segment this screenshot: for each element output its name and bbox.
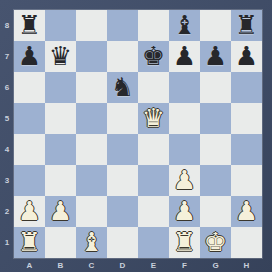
square-d5[interactable] bbox=[107, 103, 138, 134]
rank-labels: 87654321 bbox=[0, 10, 14, 258]
white-bishop-c1[interactable]: ♝ bbox=[80, 227, 103, 258]
square-e7[interactable]: ♚ bbox=[138, 41, 169, 72]
square-c4[interactable] bbox=[76, 134, 107, 165]
square-e4[interactable] bbox=[138, 134, 169, 165]
black-knight-d6[interactable]: ♞ bbox=[111, 72, 134, 103]
square-e1[interactable] bbox=[138, 227, 169, 258]
square-a1[interactable]: ♜ bbox=[14, 227, 45, 258]
square-f4[interactable] bbox=[169, 134, 200, 165]
square-c2[interactable] bbox=[76, 196, 107, 227]
square-b3[interactable] bbox=[45, 165, 76, 196]
square-a2[interactable]: ♟ bbox=[14, 196, 45, 227]
file-label-c: C bbox=[76, 258, 107, 272]
square-f8[interactable]: ♝ bbox=[169, 10, 200, 41]
square-c7[interactable] bbox=[76, 41, 107, 72]
square-e2[interactable] bbox=[138, 196, 169, 227]
black-rook-a8[interactable]: ♜ bbox=[18, 10, 41, 41]
square-d2[interactable] bbox=[107, 196, 138, 227]
black-pawn-a7[interactable]: ♟ bbox=[18, 41, 41, 72]
chess-board-frame: 87654321 ♜♝♜♟♛♚♟♟♟♞♛♟♟♟♟♟♜♝♜♚ ABCDEFGH bbox=[0, 0, 272, 272]
rank-label-4: 4 bbox=[0, 134, 14, 165]
rank-label-7: 7 bbox=[0, 41, 14, 72]
square-d1[interactable] bbox=[107, 227, 138, 258]
square-h2[interactable]: ♟ bbox=[231, 196, 262, 227]
rank-label-5: 5 bbox=[0, 103, 14, 134]
white-pawn-a2[interactable]: ♟ bbox=[18, 196, 41, 227]
square-g6[interactable] bbox=[200, 72, 231, 103]
square-h7[interactable]: ♟ bbox=[231, 41, 262, 72]
white-pawn-f2[interactable]: ♟ bbox=[173, 196, 196, 227]
square-b6[interactable] bbox=[45, 72, 76, 103]
rank-label-6: 6 bbox=[0, 72, 14, 103]
square-g3[interactable] bbox=[200, 165, 231, 196]
square-b4[interactable] bbox=[45, 134, 76, 165]
square-a6[interactable] bbox=[14, 72, 45, 103]
square-d7[interactable] bbox=[107, 41, 138, 72]
square-a5[interactable] bbox=[14, 103, 45, 134]
square-h5[interactable] bbox=[231, 103, 262, 134]
white-queen-e5[interactable]: ♛ bbox=[142, 103, 165, 134]
square-g4[interactable] bbox=[200, 134, 231, 165]
square-b8[interactable] bbox=[45, 10, 76, 41]
square-b1[interactable] bbox=[45, 227, 76, 258]
file-label-g: G bbox=[200, 258, 231, 272]
square-h4[interactable] bbox=[231, 134, 262, 165]
square-c6[interactable] bbox=[76, 72, 107, 103]
file-label-h: H bbox=[231, 258, 262, 272]
file-labels: ABCDEFGH bbox=[14, 258, 262, 272]
chess-board: ♜♝♜♟♛♚♟♟♟♞♛♟♟♟♟♟♜♝♜♚ bbox=[14, 10, 262, 258]
square-h8[interactable]: ♜ bbox=[231, 10, 262, 41]
square-b2[interactable]: ♟ bbox=[45, 196, 76, 227]
black-pawn-f7[interactable]: ♟ bbox=[173, 41, 196, 72]
square-f6[interactable] bbox=[169, 72, 200, 103]
white-rook-a1[interactable]: ♜ bbox=[18, 227, 41, 258]
white-king-g1[interactable]: ♚ bbox=[204, 227, 227, 258]
square-e8[interactable] bbox=[138, 10, 169, 41]
square-a7[interactable]: ♟ bbox=[14, 41, 45, 72]
square-g1[interactable]: ♚ bbox=[200, 227, 231, 258]
square-d6[interactable]: ♞ bbox=[107, 72, 138, 103]
square-a8[interactable]: ♜ bbox=[14, 10, 45, 41]
square-b7[interactable]: ♛ bbox=[45, 41, 76, 72]
white-rook-f1[interactable]: ♜ bbox=[173, 227, 196, 258]
square-f2[interactable]: ♟ bbox=[169, 196, 200, 227]
square-g7[interactable]: ♟ bbox=[200, 41, 231, 72]
square-h1[interactable] bbox=[231, 227, 262, 258]
black-rook-h8[interactable]: ♜ bbox=[235, 10, 258, 41]
rank-label-1: 1 bbox=[0, 227, 14, 258]
square-d3[interactable] bbox=[107, 165, 138, 196]
white-pawn-b2[interactable]: ♟ bbox=[49, 196, 72, 227]
black-king-e7[interactable]: ♚ bbox=[142, 41, 165, 72]
rank-label-8: 8 bbox=[0, 10, 14, 41]
square-a3[interactable] bbox=[14, 165, 45, 196]
square-c5[interactable] bbox=[76, 103, 107, 134]
square-h3[interactable] bbox=[231, 165, 262, 196]
square-f1[interactable]: ♜ bbox=[169, 227, 200, 258]
square-c1[interactable]: ♝ bbox=[76, 227, 107, 258]
square-f7[interactable]: ♟ bbox=[169, 41, 200, 72]
file-label-f: F bbox=[169, 258, 200, 272]
square-g5[interactable] bbox=[200, 103, 231, 134]
black-bishop-f8[interactable]: ♝ bbox=[173, 10, 196, 41]
square-c8[interactable] bbox=[76, 10, 107, 41]
white-pawn-h2[interactable]: ♟ bbox=[235, 196, 258, 227]
file-label-e: E bbox=[138, 258, 169, 272]
rank-label-2: 2 bbox=[0, 196, 14, 227]
rank-label-3: 3 bbox=[0, 165, 14, 196]
square-b5[interactable] bbox=[45, 103, 76, 134]
square-f3[interactable]: ♟ bbox=[169, 165, 200, 196]
square-g2[interactable] bbox=[200, 196, 231, 227]
square-g8[interactable] bbox=[200, 10, 231, 41]
square-e5[interactable]: ♛ bbox=[138, 103, 169, 134]
file-label-b: B bbox=[45, 258, 76, 272]
black-queen-b7[interactable]: ♛ bbox=[49, 41, 72, 72]
black-pawn-g7[interactable]: ♟ bbox=[204, 41, 227, 72]
file-label-d: D bbox=[107, 258, 138, 272]
black-pawn-h7[interactable]: ♟ bbox=[235, 41, 258, 72]
square-c3[interactable] bbox=[76, 165, 107, 196]
file-label-a: A bbox=[14, 258, 45, 272]
square-e3[interactable] bbox=[138, 165, 169, 196]
square-h6[interactable] bbox=[231, 72, 262, 103]
square-e6[interactable] bbox=[138, 72, 169, 103]
square-d8[interactable] bbox=[107, 10, 138, 41]
square-f5[interactable] bbox=[169, 103, 200, 134]
square-d4[interactable] bbox=[107, 134, 138, 165]
square-a4[interactable] bbox=[14, 134, 45, 165]
white-pawn-f3[interactable]: ♟ bbox=[173, 165, 196, 196]
